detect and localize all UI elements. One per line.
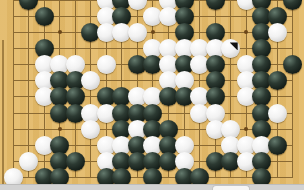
grid-vline (13, 0, 14, 178)
bottom-ui-pill[interactable] (212, 185, 250, 190)
go-board[interactable] (0, 0, 304, 190)
star-point (58, 30, 62, 34)
bottom-ui-bar (0, 184, 304, 190)
board-left-edge (2, 40, 4, 190)
grid-vline (292, 0, 293, 178)
star-point (58, 127, 62, 131)
white-stone (19, 152, 38, 171)
white-stone (81, 120, 100, 139)
black-stone (268, 71, 287, 90)
black-stone (268, 136, 287, 155)
black-stone (66, 152, 85, 171)
white-stone (268, 104, 287, 123)
go-app-screenshot (0, 0, 304, 190)
white-stone (97, 55, 116, 74)
white-stone (268, 23, 287, 42)
black-stone (35, 7, 54, 26)
white-stone (128, 23, 147, 42)
